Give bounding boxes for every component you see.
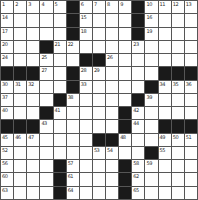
grid-cell[interactable]: [80, 107, 92, 119]
grid-cell[interactable]: 39: [145, 94, 157, 106]
grid-cell[interactable]: [27, 173, 39, 185]
grid-cell[interactable]: [27, 147, 39, 159]
clue-number: 22: [68, 41, 73, 47]
black-cell: [14, 120, 26, 132]
grid-cell[interactable]: 21: [54, 41, 66, 53]
clue-number: 1: [2, 1, 5, 7]
black-cell: [1, 67, 13, 79]
grid-cell[interactable]: 31: [14, 81, 26, 93]
black-cell: [1, 120, 13, 132]
clue-number: 63: [2, 187, 7, 193]
grid-cell[interactable]: [54, 134, 66, 146]
clue-number: 45: [2, 134, 7, 140]
grid-cell[interactable]: 24: [1, 54, 13, 66]
grid-cell[interactable]: [54, 14, 66, 26]
grid-cell[interactable]: 9: [119, 1, 131, 13]
grid-cell[interactable]: [93, 187, 105, 199]
grid-cell[interactable]: 49: [159, 134, 171, 146]
clue-number: 18: [81, 28, 86, 34]
grid-cell[interactable]: [145, 120, 157, 132]
grid-cell[interactable]: [106, 160, 118, 172]
clue-number: 32: [28, 81, 33, 87]
clue-number: 55: [160, 147, 165, 153]
black-cell: [132, 14, 144, 26]
clue-number: 2: [15, 1, 18, 7]
grid-cell[interactable]: [80, 187, 92, 199]
grid-cell[interactable]: [80, 173, 92, 185]
grid-cell[interactable]: 45: [1, 134, 13, 146]
grid-cell[interactable]: 4: [40, 1, 52, 13]
grid-cell[interactable]: [27, 54, 39, 66]
grid-cell[interactable]: 50: [172, 134, 184, 146]
grid-cell[interactable]: 54: [106, 147, 118, 159]
grid-cell[interactable]: [93, 160, 105, 172]
grid-cell[interactable]: [40, 94, 52, 106]
grid-cell[interactable]: [159, 187, 171, 199]
grid-cell[interactable]: 11: [159, 1, 171, 13]
grid-cell[interactable]: [80, 94, 92, 106]
clue-number: 65: [133, 187, 138, 193]
grid-cell[interactable]: [54, 120, 66, 132]
clue-number: 53: [94, 147, 99, 153]
grid-cell[interactable]: [14, 147, 26, 159]
grid-cell[interactable]: [106, 28, 118, 40]
grid-cell[interactable]: [27, 160, 39, 172]
black-cell: [159, 67, 171, 79]
grid-cell[interactable]: [27, 14, 39, 26]
grid-cell[interactable]: [54, 81, 66, 93]
black-cell: [54, 94, 66, 106]
grid-cell[interactable]: [80, 120, 92, 132]
grid-cell[interactable]: 38: [67, 94, 79, 106]
grid-cell[interactable]: [185, 107, 197, 119]
grid-cell[interactable]: [80, 134, 92, 146]
clue-number: 42: [133, 107, 138, 113]
grid-cell[interactable]: [145, 67, 157, 79]
grid-cell[interactable]: [106, 120, 118, 132]
grid-cell[interactable]: 34: [159, 81, 171, 93]
grid-cell[interactable]: 55: [159, 147, 171, 159]
grid-cell[interactable]: [132, 54, 144, 66]
grid-cell[interactable]: 16: [145, 14, 157, 26]
grid-cell[interactable]: [185, 54, 197, 66]
grid-cell[interactable]: 5: [54, 1, 66, 13]
grid-cell[interactable]: [93, 173, 105, 185]
grid-cell[interactable]: [67, 120, 79, 132]
grid-cell[interactable]: [119, 94, 131, 106]
clue-number: 58: [133, 160, 138, 166]
black-cell: [93, 54, 105, 66]
grid-cell[interactable]: 40: [1, 107, 13, 119]
grid-cell[interactable]: 37: [1, 94, 13, 106]
grid-cell[interactable]: [40, 134, 52, 146]
grid-cell[interactable]: 51: [185, 134, 197, 146]
black-cell: [93, 134, 105, 146]
grid-cell[interactable]: [119, 28, 131, 40]
grid-cell[interactable]: [172, 54, 184, 66]
grid-cell[interactable]: 17: [1, 28, 13, 40]
grid-cell[interactable]: 20: [1, 41, 13, 53]
clue-number: 25: [41, 54, 46, 60]
grid-cell[interactable]: [185, 187, 197, 199]
grid-cell[interactable]: 15: [80, 14, 92, 26]
grid-cell[interactable]: [119, 147, 131, 159]
grid-cell[interactable]: [40, 28, 52, 40]
clue-number: 44: [133, 120, 138, 126]
grid-cell[interactable]: 60: [1, 173, 13, 185]
clue-number: 57: [68, 160, 73, 166]
black-cell: [132, 28, 144, 40]
clue-number: 20: [2, 41, 7, 47]
grid-cell[interactable]: 26: [106, 54, 118, 66]
black-cell: [159, 120, 171, 132]
clue-number: 62: [133, 173, 138, 179]
grid-cell[interactable]: [119, 41, 131, 53]
grid-cell[interactable]: [185, 14, 197, 26]
grid-cell[interactable]: [132, 81, 144, 93]
grid-cell[interactable]: [172, 94, 184, 106]
grid-cell[interactable]: [106, 107, 118, 119]
grid-cell[interactable]: [159, 41, 171, 53]
grid-cell[interactable]: 33: [80, 81, 92, 93]
grid-cell[interactable]: [67, 54, 79, 66]
clue-number: 34: [160, 81, 165, 87]
grid-cell[interactable]: [185, 173, 197, 185]
black-cell: [40, 107, 52, 119]
grid-cell[interactable]: 35: [172, 81, 184, 93]
black-cell: [67, 1, 79, 13]
black-cell: [67, 67, 79, 79]
clue-number: 12: [173, 1, 178, 7]
grid-cell[interactable]: [172, 41, 184, 53]
black-cell: [145, 147, 157, 159]
grid-cell[interactable]: 32: [27, 81, 39, 93]
grid-cell[interactable]: [145, 187, 157, 199]
black-cell: [119, 173, 131, 185]
clue-number: 13: [186, 1, 191, 7]
grid-cell[interactable]: [106, 14, 118, 26]
grid-cell[interactable]: 2: [14, 1, 26, 13]
grid-cell[interactable]: 22: [67, 41, 79, 53]
grid-cell[interactable]: [93, 41, 105, 53]
clue-number: 11: [160, 1, 165, 7]
grid-cell[interactable]: [27, 94, 39, 106]
grid-cell[interactable]: [159, 28, 171, 40]
grid-cell[interactable]: 62: [132, 173, 144, 185]
grid-cell[interactable]: [54, 67, 66, 79]
grid-cell[interactable]: [132, 147, 144, 159]
grid-cell[interactable]: 61: [67, 173, 79, 185]
grid-cell[interactable]: [93, 81, 105, 93]
grid-cell[interactable]: 10: [145, 1, 157, 13]
clue-number: 54: [107, 147, 112, 153]
grid-cell[interactable]: [172, 107, 184, 119]
clue-number: 33: [81, 81, 86, 87]
grid-cell[interactable]: [106, 187, 118, 199]
grid-cell[interactable]: [67, 134, 79, 146]
black-cell: [54, 173, 66, 185]
clue-number: 49: [160, 134, 165, 140]
black-cell: [185, 120, 197, 132]
grid-cell[interactable]: 30: [1, 81, 13, 93]
grid-cell[interactable]: [185, 28, 197, 40]
black-cell: [27, 120, 39, 132]
grid-cell[interactable]: [119, 14, 131, 26]
grid-cell[interactable]: 8: [106, 1, 118, 13]
grid-cell[interactable]: 52: [1, 147, 13, 159]
grid-cell[interactable]: [93, 120, 105, 132]
clue-number: 15: [81, 14, 86, 20]
clue-number: 23: [133, 41, 138, 47]
clue-number: 21: [55, 41, 60, 47]
grid-cell[interactable]: 14: [1, 14, 13, 26]
grid-cell[interactable]: [27, 28, 39, 40]
grid-cell[interactable]: [67, 147, 79, 159]
clue-number: 14: [2, 14, 7, 20]
grid-cell[interactable]: 46: [14, 134, 26, 146]
black-cell: [172, 120, 184, 132]
crossword-grid: 1234567891011121314151617181920212223242…: [0, 0, 198, 200]
clue-number: 27: [41, 67, 46, 73]
black-cell: [119, 160, 131, 172]
clue-number: 3: [28, 1, 31, 7]
clue-number: 35: [173, 81, 178, 87]
black-cell: [132, 1, 144, 13]
grid-cell[interactable]: 57: [67, 160, 79, 172]
clue-number: 16: [146, 14, 151, 20]
grid-cell[interactable]: [14, 94, 26, 106]
grid-cell[interactable]: 7: [93, 1, 105, 13]
grid-cell[interactable]: 42: [132, 107, 144, 119]
clue-number: 38: [68, 94, 73, 100]
grid-cell[interactable]: [106, 173, 118, 185]
black-cell: [54, 187, 66, 199]
grid-cell[interactable]: [14, 187, 26, 199]
grid-cell[interactable]: [14, 173, 26, 185]
black-cell: [27, 67, 39, 79]
grid-cell[interactable]: [27, 41, 39, 53]
grid-cell[interactable]: [132, 67, 144, 79]
grid-cell[interactable]: [145, 41, 157, 53]
grid-cell[interactable]: [14, 28, 26, 40]
grid-cell[interactable]: 59: [145, 160, 157, 172]
grid-cell[interactable]: [159, 94, 171, 106]
black-cell: [67, 28, 79, 40]
grid-cell[interactable]: 47: [27, 134, 39, 146]
black-cell: [54, 160, 66, 172]
clue-number: 9: [120, 1, 123, 7]
grid-cell[interactable]: [145, 173, 157, 185]
clue-number: 39: [146, 94, 151, 100]
grid-cell[interactable]: 23: [132, 41, 144, 53]
grid-cell[interactable]: [172, 187, 184, 199]
grid-cell[interactable]: [172, 160, 184, 172]
grid-cell[interactable]: [106, 94, 118, 106]
black-cell: [14, 67, 26, 79]
black-cell: [67, 14, 79, 26]
clue-number: 52: [2, 147, 7, 153]
grid-cell[interactable]: [14, 14, 26, 26]
black-cell: [172, 67, 184, 79]
grid-cell[interactable]: [80, 147, 92, 159]
black-cell: [106, 134, 118, 146]
clue-number: 60: [2, 173, 7, 179]
grid-cell[interactable]: [119, 81, 131, 93]
grid-cell[interactable]: 63: [1, 187, 13, 199]
clue-number: 8: [107, 1, 110, 7]
grid-cell[interactable]: 36: [185, 81, 197, 93]
grid-cell[interactable]: [185, 160, 197, 172]
grid-cell[interactable]: [185, 94, 197, 106]
clue-number: 64: [68, 187, 73, 193]
grid-cell[interactable]: 56: [1, 160, 13, 172]
grid-cell[interactable]: [54, 54, 66, 66]
grid-cell[interactable]: [14, 41, 26, 53]
grid-cell[interactable]: 3: [27, 1, 39, 13]
grid-cell[interactable]: [159, 54, 171, 66]
clue-number: 41: [55, 107, 60, 113]
black-cell: [40, 41, 52, 53]
grid-cell[interactable]: [27, 107, 39, 119]
grid-cell[interactable]: 43: [40, 120, 52, 132]
grid-cell[interactable]: 28: [80, 67, 92, 79]
grid-cell[interactable]: 12: [172, 1, 184, 13]
clue-number: 6: [81, 1, 84, 7]
grid-cell[interactable]: [159, 107, 171, 119]
grid-cell[interactable]: 65: [132, 187, 144, 199]
grid-cell[interactable]: [93, 28, 105, 40]
grid-cell[interactable]: [145, 54, 157, 66]
grid-cell[interactable]: 6: [80, 1, 92, 13]
grid-cell[interactable]: 53: [93, 147, 105, 159]
grid-cell[interactable]: 1: [1, 1, 13, 13]
grid-cell[interactable]: [119, 67, 131, 79]
clue-number: 48: [120, 134, 125, 140]
grid-cell[interactable]: [54, 28, 66, 40]
clue-number: 31: [15, 81, 20, 87]
clue-number: 5: [55, 1, 58, 7]
clue-number: 43: [41, 120, 46, 126]
grid-cell[interactable]: [106, 81, 118, 93]
grid-cell[interactable]: [159, 173, 171, 185]
grid-cell[interactable]: 64: [67, 187, 79, 199]
grid-cell[interactable]: [40, 14, 52, 26]
grid-cell[interactable]: [172, 28, 184, 40]
clue-number: 29: [94, 67, 99, 73]
clue-number: 61: [68, 173, 73, 179]
grid-cell[interactable]: [93, 94, 105, 106]
grid-cell[interactable]: [40, 160, 52, 172]
grid-cell[interactable]: [145, 107, 157, 119]
clue-number: 56: [2, 160, 7, 166]
clue-number: 19: [146, 28, 151, 34]
clue-number: 24: [2, 54, 7, 60]
grid-cell[interactable]: [67, 107, 79, 119]
clue-number: 51: [186, 134, 191, 140]
grid-cell[interactable]: [185, 147, 197, 159]
clue-number: 36: [186, 81, 191, 87]
black-cell: [185, 67, 197, 79]
clue-number: 17: [2, 28, 7, 34]
grid-cell[interactable]: [172, 173, 184, 185]
grid-cell[interactable]: [14, 160, 26, 172]
grid-cell[interactable]: 29: [93, 67, 105, 79]
black-cell: [132, 94, 144, 106]
grid-cell[interactable]: [80, 41, 92, 53]
grid-cell[interactable]: [172, 14, 184, 26]
grid-cell[interactable]: [93, 107, 105, 119]
grid-cell[interactable]: [106, 67, 118, 79]
grid-cell[interactable]: [185, 41, 197, 53]
grid-cell[interactable]: [40, 187, 52, 199]
grid-cell[interactable]: [172, 147, 184, 159]
black-cell: [145, 81, 157, 93]
grid-cell[interactable]: [159, 160, 171, 172]
grid-cell[interactable]: 18: [80, 28, 92, 40]
black-cell: [67, 81, 79, 93]
clue-number: 40: [2, 107, 7, 113]
grid-cell[interactable]: [54, 147, 66, 159]
black-cell: [80, 54, 92, 66]
clue-number: 4: [41, 1, 44, 7]
clue-number: 47: [28, 134, 33, 140]
grid-cell[interactable]: [14, 54, 26, 66]
black-cell: [119, 187, 131, 199]
grid-cell[interactable]: [27, 187, 39, 199]
grid-cell[interactable]: [119, 54, 131, 66]
grid-cell[interactable]: 19: [145, 28, 157, 40]
clue-number: 28: [81, 67, 86, 73]
grid-cell[interactable]: [40, 81, 52, 93]
clue-number: 59: [146, 160, 151, 166]
grid-cell[interactable]: [14, 107, 26, 119]
grid-cell[interactable]: 44: [132, 120, 144, 132]
grid-cell[interactable]: [159, 14, 171, 26]
clue-number: 10: [146, 1, 151, 7]
grid-cell[interactable]: 41: [54, 107, 66, 119]
grid-cell[interactable]: [40, 147, 52, 159]
grid-cell[interactable]: 48: [119, 134, 131, 146]
grid-cell[interactable]: [80, 160, 92, 172]
grid-cell[interactable]: [93, 14, 105, 26]
clue-number: 30: [2, 81, 7, 87]
clue-number: 7: [94, 1, 97, 7]
grid-cell[interactable]: 25: [40, 54, 52, 66]
clue-number: 46: [15, 134, 20, 140]
black-cell: [119, 120, 131, 132]
grid-cell[interactable]: 27: [40, 67, 52, 79]
clue-number: 50: [173, 134, 178, 140]
grid-cell[interactable]: [106, 41, 118, 53]
grid-cell[interactable]: [145, 134, 157, 146]
grid-cell[interactable]: 58: [132, 160, 144, 172]
clue-number: 26: [107, 54, 112, 60]
grid-cell[interactable]: 13: [185, 1, 197, 13]
clue-number: 37: [2, 94, 7, 100]
black-cell: [119, 107, 131, 119]
grid-cell[interactable]: [40, 173, 52, 185]
grid-cell[interactable]: [132, 134, 144, 146]
